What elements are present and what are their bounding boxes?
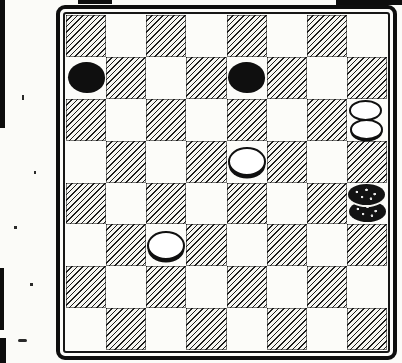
board-square-r5c0 — [66, 224, 106, 266]
board-square-r3c2 — [146, 141, 186, 183]
board-square-r2c6 — [307, 99, 347, 141]
board-square-r6c1 — [106, 266, 146, 308]
board-square-r7c1 — [106, 308, 146, 350]
board-square-r3c1 — [106, 141, 146, 183]
board-square-r5c3 — [186, 224, 226, 266]
board-square-r3c5 — [267, 141, 307, 183]
black-king-upper-disc — [348, 184, 385, 205]
board-square-r7c7 — [347, 308, 387, 350]
board-square-r6c3 — [186, 266, 226, 308]
board-square-r2c1 — [106, 99, 146, 141]
board-square-r1c3 — [186, 57, 226, 99]
board-square-r1c7 — [347, 57, 387, 99]
scan-speck — [14, 226, 17, 229]
board-square-r6c4 — [227, 266, 267, 308]
board-inner-frame — [63, 12, 390, 353]
board-square-r0c7 — [347, 15, 387, 57]
scan-artifact — [0, 0, 5, 128]
board-square-r1c1 — [106, 57, 146, 99]
board-square-r4c3 — [186, 183, 226, 225]
board-square-r5c5 — [267, 224, 307, 266]
black-man-piece — [68, 62, 105, 93]
scan-artifact — [78, 0, 112, 4]
board-square-r2c0 — [66, 99, 106, 141]
scan-speck — [18, 339, 27, 342]
board-square-r4c5 — [267, 183, 307, 225]
board-square-r3c4 — [227, 141, 267, 183]
board-square-r5c1 — [106, 224, 146, 266]
scan-speck — [22, 95, 24, 100]
board-square-r6c5 — [267, 266, 307, 308]
board-square-r2c7 — [347, 99, 387, 141]
board-square-r4c2 — [146, 183, 186, 225]
scan-speck — [30, 283, 33, 286]
board-square-r5c6 — [307, 224, 347, 266]
board-square-r2c4 — [227, 99, 267, 141]
board-square-r2c2 — [146, 99, 186, 141]
board-square-r0c4 — [227, 15, 267, 57]
board-square-r7c5 — [267, 308, 307, 350]
board-square-r3c0 — [66, 141, 106, 183]
board-square-r7c6 — [307, 308, 347, 350]
board-square-r0c2 — [146, 15, 186, 57]
white-man-piece — [147, 231, 185, 260]
board-square-r3c7 — [347, 141, 387, 183]
black-king-piece — [348, 184, 386, 222]
board-square-r7c2 — [146, 308, 186, 350]
board-square-r4c4 — [227, 183, 267, 225]
black-man-piece — [228, 62, 265, 93]
board-square-r2c3 — [186, 99, 226, 141]
white-man-piece — [228, 147, 266, 176]
board-square-r0c0 — [66, 15, 106, 57]
board-square-r5c4 — [227, 224, 267, 266]
board-square-r4c7 — [347, 183, 387, 225]
board-square-r2c5 — [267, 99, 307, 141]
board-square-r0c5 — [267, 15, 307, 57]
scan-speck — [34, 171, 36, 174]
board-square-r4c1 — [106, 183, 146, 225]
board-square-r0c1 — [106, 15, 146, 57]
board-square-r5c2 — [146, 224, 186, 266]
white-king-lower-disc — [350, 119, 383, 140]
board-square-r0c6 — [307, 15, 347, 57]
white-king-upper-disc — [349, 100, 382, 121]
board-square-r7c4 — [227, 308, 267, 350]
board-square-r5c7 — [347, 224, 387, 266]
board-square-r1c6 — [307, 57, 347, 99]
board-square-r3c6 — [307, 141, 347, 183]
board-square-r1c0 — [66, 57, 106, 99]
board-square-r6c0 — [66, 266, 106, 308]
board-square-r6c7 — [347, 266, 387, 308]
scan-artifact — [0, 268, 4, 330]
board-square-r1c2 — [146, 57, 186, 99]
board-square-r4c6 — [307, 183, 347, 225]
board-square-r7c3 — [186, 308, 226, 350]
board-square-r3c3 — [186, 141, 226, 183]
checkers-board — [66, 15, 387, 350]
board-square-r4c0 — [66, 183, 106, 225]
board-square-r6c2 — [146, 266, 186, 308]
board-square-r7c0 — [66, 308, 106, 350]
board-square-r1c5 — [267, 57, 307, 99]
board-square-r6c6 — [307, 266, 347, 308]
board-square-r0c3 — [186, 15, 226, 57]
board-frame — [56, 5, 397, 360]
scanned-page — [0, 0, 402, 363]
scan-artifact — [0, 338, 6, 363]
board-square-r1c4 — [227, 57, 267, 99]
white-king-piece — [348, 100, 386, 140]
